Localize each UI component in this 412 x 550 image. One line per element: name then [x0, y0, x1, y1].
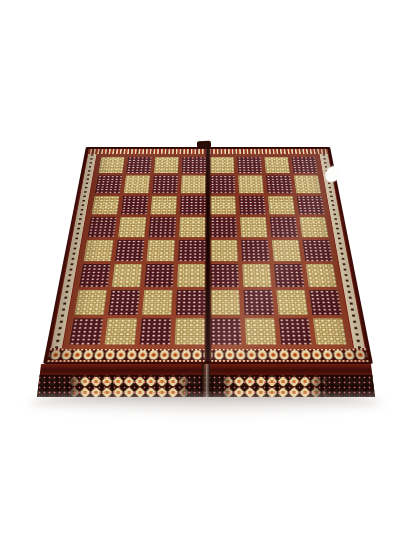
square-b2[interactable] — [108, 290, 139, 315]
square-a1[interactable] — [69, 318, 103, 344]
square-d7[interactable] — [181, 176, 206, 194]
square-h1[interactable] — [313, 318, 347, 344]
square-e8[interactable] — [210, 157, 234, 174]
square-c7[interactable] — [153, 176, 179, 194]
front-hinge-gap — [202, 364, 210, 397]
square-f5[interactable] — [240, 217, 267, 237]
square-c4[interactable] — [147, 240, 175, 261]
square-c2[interactable] — [142, 290, 172, 315]
square-b3[interactable] — [112, 264, 142, 287]
square-a5[interactable] — [88, 217, 117, 237]
square-a7[interactable] — [95, 176, 122, 194]
square-h5[interactable] — [299, 217, 328, 237]
square-d1[interactable] — [175, 318, 205, 344]
square-e6[interactable] — [210, 196, 236, 215]
square-h3[interactable] — [306, 264, 337, 287]
photo-stage — [0, 0, 412, 550]
square-g8[interactable] — [264, 157, 289, 174]
square-b7[interactable] — [124, 176, 150, 194]
square-e4[interactable] — [210, 240, 237, 261]
square-h6[interactable] — [297, 196, 325, 215]
square-f1[interactable] — [245, 318, 277, 344]
square-h7[interactable] — [294, 176, 321, 194]
square-b4[interactable] — [115, 240, 144, 261]
square-b1[interactable] — [105, 318, 138, 344]
square-d8[interactable] — [182, 157, 206, 174]
square-c8[interactable] — [154, 157, 179, 174]
square-c5[interactable] — [149, 217, 176, 237]
square-h2[interactable] — [309, 290, 342, 315]
square-g2[interactable] — [276, 290, 307, 315]
square-f4[interactable] — [241, 240, 269, 261]
square-a6[interactable] — [91, 196, 119, 215]
square-e5[interactable] — [210, 217, 236, 237]
square-c1[interactable] — [140, 318, 172, 344]
square-g6[interactable] — [268, 196, 295, 215]
square-g1[interactable] — [279, 318, 312, 344]
square-d2[interactable] — [176, 290, 205, 315]
square-a4[interactable] — [84, 240, 114, 261]
square-f3[interactable] — [242, 264, 271, 287]
board-shadow-soft — [60, 400, 360, 426]
square-c6[interactable] — [151, 196, 177, 215]
square-b8[interactable] — [126, 157, 151, 174]
square-g3[interactable] — [274, 264, 304, 287]
board-top-face — [43, 147, 373, 364]
hinge-line — [205, 148, 212, 362]
top-hinge-knuckle — [197, 141, 211, 148]
square-e3[interactable] — [210, 264, 238, 287]
square-h8[interactable] — [291, 157, 317, 174]
square-a2[interactable] — [74, 290, 107, 315]
square-b5[interactable] — [118, 217, 146, 237]
square-d5[interactable] — [179, 217, 205, 237]
square-f6[interactable] — [239, 196, 265, 215]
square-d6[interactable] — [180, 196, 206, 215]
square-e7[interactable] — [210, 176, 235, 194]
square-g5[interactable] — [270, 217, 298, 237]
square-h4[interactable] — [302, 240, 332, 261]
square-d4[interactable] — [179, 240, 206, 261]
square-b6[interactable] — [121, 196, 148, 215]
square-a3[interactable] — [79, 264, 110, 287]
square-c3[interactable] — [145, 264, 174, 287]
square-f8[interactable] — [237, 157, 262, 174]
square-g7[interactable] — [266, 176, 292, 194]
square-a8[interactable] — [98, 157, 124, 174]
square-g4[interactable] — [272, 240, 301, 261]
square-e1[interactable] — [210, 318, 240, 344]
square-e2[interactable] — [210, 290, 239, 315]
square-f2[interactable] — [243, 290, 273, 315]
board-front-edge — [37, 364, 375, 397]
board-3d-scene — [43, 0, 373, 364]
square-f7[interactable] — [238, 176, 264, 194]
square-d3[interactable] — [177, 264, 205, 287]
